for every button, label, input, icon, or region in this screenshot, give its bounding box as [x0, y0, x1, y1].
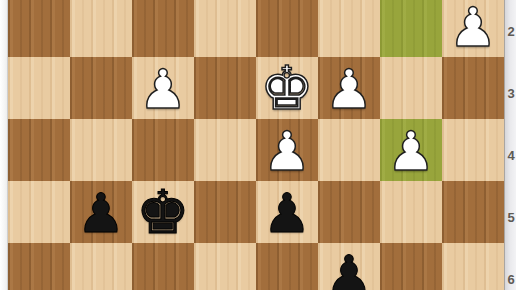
rank-label-6: 6 — [505, 248, 516, 290]
square-d3[interactable]: ♚ — [256, 57, 318, 119]
square-c6[interactable]: ♟ — [318, 243, 380, 290]
white-pawn-f3[interactable]: ♟ — [132, 57, 194, 119]
square-a2[interactable]: ♟ — [442, 0, 504, 57]
square-e5[interactable] — [194, 181, 256, 243]
white-king-d3[interactable]: ♚ — [256, 57, 318, 119]
square-h5[interactable] — [8, 181, 70, 243]
square-e4[interactable] — [194, 119, 256, 181]
chess-board: ♟♟♚♟♟♟♟♚♟♟ — [8, 0, 504, 290]
square-f3[interactable]: ♟ — [132, 57, 194, 119]
square-c2[interactable] — [318, 0, 380, 57]
white-pawn-a2[interactable]: ♟ — [442, 0, 504, 57]
square-d2[interactable] — [256, 0, 318, 57]
square-h6[interactable] — [8, 243, 70, 290]
square-b3[interactable] — [380, 57, 442, 119]
square-f5[interactable]: ♚ — [132, 181, 194, 243]
square-g6[interactable] — [70, 243, 132, 290]
square-e6[interactable] — [194, 243, 256, 290]
square-b2[interactable] — [380, 0, 442, 57]
chess-app-screenshot: ♟♟♚♟♟♟♟♚♟♟ 23456 — [0, 0, 516, 290]
square-e3[interactable] — [194, 57, 256, 119]
square-d4[interactable]: ♟ — [256, 119, 318, 181]
square-f6[interactable] — [132, 243, 194, 290]
white-pawn-d4[interactable]: ♟ — [256, 119, 318, 181]
square-h3[interactable] — [8, 57, 70, 119]
square-c5[interactable] — [318, 181, 380, 243]
square-c3[interactable]: ♟ — [318, 57, 380, 119]
rank-label-4: 4 — [505, 124, 516, 186]
square-f4[interactable] — [132, 119, 194, 181]
square-h2[interactable] — [8, 0, 70, 57]
square-g4[interactable] — [70, 119, 132, 181]
black-pawn-c6[interactable]: ♟ — [318, 243, 380, 290]
square-b4[interactable]: ♟ — [380, 119, 442, 181]
square-a4[interactable] — [442, 119, 504, 181]
square-f2[interactable] — [132, 0, 194, 57]
square-d5[interactable]: ♟ — [256, 181, 318, 243]
white-pawn-b4[interactable]: ♟ — [380, 119, 442, 181]
square-g5[interactable]: ♟ — [70, 181, 132, 243]
rank-label-3: 3 — [505, 62, 516, 124]
black-king-f5[interactable]: ♚ — [132, 181, 194, 243]
black-pawn-d5[interactable]: ♟ — [256, 181, 318, 243]
square-a6[interactable] — [442, 243, 504, 290]
rank-label-2: 2 — [505, 0, 516, 62]
square-d6[interactable] — [256, 243, 318, 290]
rank-coordinates-gutter: 23456 — [504, 0, 516, 290]
square-b6[interactable] — [380, 243, 442, 290]
square-g3[interactable] — [70, 57, 132, 119]
black-pawn-g5[interactable]: ♟ — [70, 181, 132, 243]
square-c4[interactable] — [318, 119, 380, 181]
square-a5[interactable] — [442, 181, 504, 243]
left-gutter — [0, 0, 8, 290]
square-e2[interactable] — [194, 0, 256, 57]
square-h4[interactable] — [8, 119, 70, 181]
white-pawn-c3[interactable]: ♟ — [318, 57, 380, 119]
square-a3[interactable] — [442, 57, 504, 119]
square-b5[interactable] — [380, 181, 442, 243]
square-g2[interactable] — [70, 0, 132, 57]
rank-label-5: 5 — [505, 186, 516, 248]
